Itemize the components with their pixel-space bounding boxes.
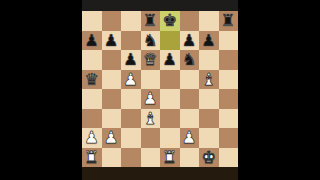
square-d5[interactable] — [141, 70, 161, 90]
square-a2[interactable]: ♟ — [82, 128, 102, 148]
square-e1[interactable]: ♜ — [160, 148, 180, 168]
square-f2[interactable]: ♟ — [180, 128, 200, 148]
piece-white-bishop[interactable]: ♝ — [143, 109, 158, 128]
square-h1[interactable] — [219, 148, 239, 168]
square-a1[interactable]: ♜ — [82, 148, 102, 168]
piece-white-rook[interactable]: ♜ — [162, 148, 177, 167]
square-c8[interactable] — [121, 11, 141, 31]
square-c2[interactable] — [121, 128, 141, 148]
square-f8[interactable] — [180, 11, 200, 31]
square-d1[interactable] — [141, 148, 161, 168]
square-g6[interactable] — [199, 50, 219, 70]
square-d2[interactable] — [141, 128, 161, 148]
piece-black-knight[interactable]: ♞ — [182, 50, 197, 69]
right-letterbox-bar — [238, 0, 320, 180]
square-h5[interactable] — [219, 70, 239, 90]
square-g1[interactable]: ♚ — [199, 148, 219, 168]
piece-white-pawn[interactable]: ♟ — [143, 89, 158, 108]
chess-app-frame: ♜♚♜♟♟♞♟♟♟♛♟♞♛♟♝♟♝♟♟♟♜♜♚ — [82, 0, 238, 180]
square-g5[interactable]: ♝ — [199, 70, 219, 90]
piece-white-bishop[interactable]: ♝ — [201, 70, 216, 89]
bottom-background-strip — [82, 167, 238, 180]
top-background-strip — [82, 0, 238, 11]
square-c7[interactable] — [121, 31, 141, 51]
square-c4[interactable] — [121, 89, 141, 109]
square-e6[interactable]: ♟ — [160, 50, 180, 70]
square-b5[interactable] — [102, 70, 122, 90]
square-e8[interactable]: ♚ — [160, 11, 180, 31]
piece-black-pawn[interactable]: ♟ — [201, 31, 216, 50]
square-c5[interactable]: ♟ — [121, 70, 141, 90]
square-a5[interactable]: ♛ — [82, 70, 102, 90]
square-e4[interactable] — [160, 89, 180, 109]
piece-white-rook[interactable]: ♜ — [84, 148, 99, 167]
piece-white-queen[interactable]: ♛ — [143, 50, 158, 69]
square-b4[interactable] — [102, 89, 122, 109]
square-h7[interactable] — [219, 31, 239, 51]
square-f3[interactable] — [180, 109, 200, 129]
square-f4[interactable] — [180, 89, 200, 109]
square-c3[interactable] — [121, 109, 141, 129]
square-h8[interactable]: ♜ — [219, 11, 239, 31]
square-f7[interactable]: ♟ — [180, 31, 200, 51]
piece-white-pawn[interactable]: ♟ — [84, 128, 99, 147]
square-b3[interactable] — [102, 109, 122, 129]
piece-white-king[interactable]: ♚ — [201, 148, 216, 167]
left-letterbox-bar — [0, 0, 82, 180]
square-g8[interactable] — [199, 11, 219, 31]
square-e3[interactable] — [160, 109, 180, 129]
square-f6[interactable]: ♞ — [180, 50, 200, 70]
square-h3[interactable] — [219, 109, 239, 129]
square-b7[interactable]: ♟ — [102, 31, 122, 51]
piece-white-pawn[interactable]: ♟ — [182, 128, 197, 147]
piece-black-rook[interactable]: ♜ — [221, 11, 236, 30]
square-h4[interactable] — [219, 89, 239, 109]
square-g7[interactable]: ♟ — [199, 31, 219, 51]
square-a4[interactable] — [82, 89, 102, 109]
square-h2[interactable] — [219, 128, 239, 148]
square-f5[interactable] — [180, 70, 200, 90]
square-d6[interactable]: ♛ — [141, 50, 161, 70]
square-b8[interactable] — [102, 11, 122, 31]
piece-white-pawn[interactable]: ♟ — [123, 70, 138, 89]
square-d7[interactable]: ♞ — [141, 31, 161, 51]
square-d4[interactable]: ♟ — [141, 89, 161, 109]
piece-black-knight[interactable]: ♞ — [143, 31, 158, 50]
square-d8[interactable]: ♜ — [141, 11, 161, 31]
piece-black-pawn[interactable]: ♟ — [123, 50, 138, 69]
square-g2[interactable] — [199, 128, 219, 148]
piece-black-rook[interactable]: ♜ — [143, 11, 158, 30]
square-h6[interactable] — [219, 50, 239, 70]
square-e5[interactable] — [160, 70, 180, 90]
square-b2[interactable]: ♟ — [102, 128, 122, 148]
square-g4[interactable] — [199, 89, 219, 109]
square-f1[interactable] — [180, 148, 200, 168]
piece-white-pawn[interactable]: ♟ — [104, 128, 119, 147]
square-a8[interactable] — [82, 11, 102, 31]
square-a6[interactable] — [82, 50, 102, 70]
chess-board[interactable]: ♜♚♜♟♟♞♟♟♟♛♟♞♛♟♝♟♝♟♟♟♜♜♚ — [82, 11, 238, 167]
video-still: ♜♚♜♟♟♞♟♟♟♛♟♞♛♟♝♟♝♟♟♟♜♜♚ — [0, 0, 320, 180]
square-a7[interactable]: ♟ — [82, 31, 102, 51]
square-e7[interactable] — [160, 31, 180, 51]
square-a3[interactable] — [82, 109, 102, 129]
square-b1[interactable] — [102, 148, 122, 168]
piece-black-king[interactable]: ♚ — [162, 11, 177, 30]
square-b6[interactable] — [102, 50, 122, 70]
piece-black-pawn[interactable]: ♟ — [182, 31, 197, 50]
square-g3[interactable] — [199, 109, 219, 129]
square-e2[interactable] — [160, 128, 180, 148]
piece-black-queen[interactable]: ♛ — [84, 70, 99, 89]
piece-black-pawn[interactable]: ♟ — [84, 31, 99, 50]
square-c1[interactable] — [121, 148, 141, 168]
piece-black-pawn[interactable]: ♟ — [104, 31, 119, 50]
square-c6[interactable]: ♟ — [121, 50, 141, 70]
square-d3[interactable]: ♝ — [141, 109, 161, 129]
piece-black-pawn[interactable]: ♟ — [162, 50, 177, 69]
